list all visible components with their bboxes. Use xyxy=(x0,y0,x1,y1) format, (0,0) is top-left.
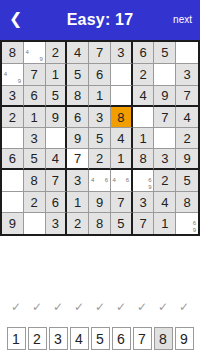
candidate-mark xyxy=(96,177,103,184)
cell-r2c4[interactable]: 5 xyxy=(67,64,89,86)
candidate-mark xyxy=(133,177,140,184)
check-icon-1: ✓ xyxy=(7,300,26,314)
cell-r7c2[interactable]: 8 xyxy=(24,170,46,192)
check-icon-5: ✓ xyxy=(91,300,110,314)
candidate-mark xyxy=(89,170,96,177)
cell-r4c5[interactable]: 3 xyxy=(89,107,111,128)
cell-r3c7[interactable]: 4 xyxy=(133,86,155,107)
cell-r8c9[interactable]: 8 xyxy=(176,192,198,213)
candidate-mark: 9 xyxy=(16,78,23,85)
candidate-mark: 4 xyxy=(111,177,118,184)
cell-r1c2[interactable]: 49 xyxy=(24,42,46,64)
candidate-mark xyxy=(176,213,183,220)
cell-r8c2[interactable]: 2 xyxy=(24,192,46,213)
numpad-7[interactable]: 7 xyxy=(133,327,152,350)
candidate-mark xyxy=(124,184,131,191)
candidate-mark xyxy=(96,170,103,177)
candidate-mark: 6 xyxy=(147,177,154,184)
page-title: Easy: 17 xyxy=(0,11,200,29)
check-icon-9: ✓ xyxy=(175,300,194,314)
cell-r9c5[interactable]: 8 xyxy=(89,213,111,234)
cell-r1c8[interactable]: 5 xyxy=(154,42,176,64)
cell-r6c3[interactable]: 4 xyxy=(46,149,68,170)
cell-r5c4[interactable]: 9 xyxy=(67,128,89,149)
check-icon-8: ✓ xyxy=(154,300,173,314)
cell-r5c8[interactable] xyxy=(154,128,176,149)
candidate-mark xyxy=(2,64,9,71)
candidate-mark xyxy=(140,184,147,191)
cell-r7c5[interactable]: 46 xyxy=(89,170,111,192)
numpad-6[interactable]: 6 xyxy=(112,327,131,350)
check-icon-7: ✓ xyxy=(133,300,152,314)
candidate-mark: 9 xyxy=(191,227,198,234)
candidate-mark xyxy=(9,71,16,78)
cell-r7c4[interactable]: 3 xyxy=(67,170,89,192)
candidate-mark xyxy=(117,170,124,177)
candidate-mark xyxy=(24,56,31,63)
candidate-mark xyxy=(117,177,124,184)
cell-r2c8[interactable] xyxy=(154,64,176,86)
candidate-mark xyxy=(117,184,124,191)
cell-r6c6[interactable]: 1 xyxy=(111,149,133,170)
cell-r7c3[interactable]: 7 xyxy=(46,170,68,192)
cell-r3c2[interactable]: 6 xyxy=(24,86,46,107)
cell-r7c8[interactable]: 2 xyxy=(154,170,176,192)
cell-r2c7[interactable]: 2 xyxy=(133,64,155,86)
cell-r5c7[interactable]: 1 xyxy=(133,128,155,149)
numpad-8[interactable]: 8 xyxy=(154,327,173,350)
candidate-mark xyxy=(133,170,140,177)
cell-r9c6[interactable]: 5 xyxy=(111,213,133,234)
cell-r9c1[interactable]: 9 xyxy=(2,213,24,234)
cell-r8c6[interactable]: 7 xyxy=(111,192,133,213)
cell-r9c3[interactable]: 3 xyxy=(46,213,68,234)
cell-r3c8[interactable]: 9 xyxy=(154,86,176,107)
cell-r1c3[interactable]: 2 xyxy=(46,42,68,64)
candidate-mark xyxy=(183,220,190,227)
numpad-1[interactable]: 1 xyxy=(7,327,26,350)
candidate-mark: 4 xyxy=(89,177,96,184)
cell-r7c6[interactable]: 46 xyxy=(111,170,133,192)
digit-check-row: ✓✓✓✓✓✓✓✓✓ xyxy=(0,300,200,314)
candidate-mark xyxy=(16,64,23,71)
candidate-mark xyxy=(96,184,103,191)
cell-r4c1[interactable]: 2 xyxy=(2,107,24,128)
candidate-mark xyxy=(31,42,38,49)
candidate-mark: 9 xyxy=(147,184,154,191)
cell-r1c5[interactable]: 7 xyxy=(89,42,111,64)
candidate-mark: 6 xyxy=(124,177,131,184)
cell-r9c8[interactable]: 1 xyxy=(154,213,176,234)
candidate-mark: 6 xyxy=(191,220,198,227)
cell-r3c4[interactable]: 8 xyxy=(67,86,89,107)
cell-r2c9[interactable]: 3 xyxy=(176,64,198,86)
cell-r3c1[interactable]: 3 xyxy=(2,86,24,107)
cell-r1c4[interactable]: 4 xyxy=(67,42,89,64)
numpad-3[interactable]: 3 xyxy=(49,327,68,350)
cell-r4c9[interactable]: 4 xyxy=(176,107,198,128)
candidate-mark xyxy=(38,49,45,56)
candidate-mark xyxy=(103,170,110,177)
check-icon-4: ✓ xyxy=(70,300,89,314)
numpad: 123456789 xyxy=(0,327,200,350)
candidate-mark xyxy=(124,170,131,177)
candidate-mark xyxy=(31,56,38,63)
cell-r9c9[interactable]: 69 xyxy=(176,213,198,234)
cell-r9c2[interactable] xyxy=(24,213,46,234)
candidate-mark xyxy=(9,78,16,85)
cell-r3c9[interactable]: 7 xyxy=(176,86,198,107)
cell-r4c8[interactable]: 7 xyxy=(154,107,176,128)
cell-r5c3[interactable] xyxy=(46,128,68,149)
candidate-mark xyxy=(38,42,45,49)
candidate-mark xyxy=(140,170,147,177)
check-icon-3: ✓ xyxy=(49,300,68,314)
cell-r9c4[interactable]: 2 xyxy=(67,213,89,234)
numpad-4[interactable]: 4 xyxy=(70,327,89,350)
candidate-mark xyxy=(16,71,23,78)
header: ❮ Easy: 17 next xyxy=(0,0,200,40)
candidate-mark xyxy=(103,184,110,191)
cell-r1c1[interactable]: 8 xyxy=(2,42,24,64)
check-icon-6: ✓ xyxy=(112,300,131,314)
candidate-mark xyxy=(176,220,183,227)
numpad-9[interactable]: 9 xyxy=(175,327,194,350)
cell-r6c1[interactable]: 6 xyxy=(2,149,24,170)
cell-r7c1[interactable] xyxy=(2,170,24,192)
candidate-mark xyxy=(111,170,118,177)
candidate-mark xyxy=(183,227,190,234)
cell-r5c1[interactable] xyxy=(2,128,24,149)
candidate-mark xyxy=(31,49,38,56)
cell-r2c5[interactable]: 6 xyxy=(89,64,111,86)
cell-r2c2[interactable]: 7 xyxy=(24,64,46,86)
candidate-mark xyxy=(9,64,16,71)
cell-r6c9[interactable]: 9 xyxy=(176,149,198,170)
cell-r3c3[interactable]: 5 xyxy=(46,86,68,107)
candidate-mark xyxy=(133,184,140,191)
candidate-mark: 6 xyxy=(103,177,110,184)
cell-r9c7[interactable]: 7 xyxy=(133,213,155,234)
back-button[interactable]: ❮ xyxy=(9,9,22,28)
cell-r6c7[interactable]: 8 xyxy=(133,149,155,170)
cell-r1c9[interactable] xyxy=(176,42,198,64)
candidate-mark xyxy=(183,213,190,220)
candidate-mark xyxy=(89,184,96,191)
cell-r6c5[interactable]: 2 xyxy=(89,149,111,170)
check-icon-2: ✓ xyxy=(28,300,47,314)
cell-r3c5[interactable]: 1 xyxy=(89,86,111,107)
cell-r2c3[interactable]: 1 xyxy=(46,64,68,86)
cell-r4c6[interactable]: 8 xyxy=(111,107,133,128)
candidate-mark xyxy=(111,184,118,191)
cell-r4c4[interactable]: 6 xyxy=(67,107,89,128)
cell-r5c5[interactable]: 5 xyxy=(89,128,111,149)
cell-r6c2[interactable]: 5 xyxy=(24,149,46,170)
sudoku-app: ❮ Easy: 17 next 849247365497156233658149… xyxy=(0,0,200,356)
numpad-2[interactable]: 2 xyxy=(28,327,47,350)
cell-r8c4[interactable]: 1 xyxy=(67,192,89,213)
cell-r1c6[interactable]: 3 xyxy=(111,42,133,64)
numpad-5[interactable]: 5 xyxy=(91,327,110,350)
cell-r5c9[interactable]: 2 xyxy=(176,128,198,149)
cell-r8c5[interactable]: 9 xyxy=(89,192,111,213)
candidate-mark: 4 xyxy=(24,49,31,56)
cell-r4c3[interactable]: 9 xyxy=(46,107,68,128)
cell-r4c2[interactable]: 1 xyxy=(24,107,46,128)
cell-r8c3[interactable]: 6 xyxy=(46,192,68,213)
candidate-mark: 4 xyxy=(2,71,9,78)
cell-r7c7[interactable]: 69 xyxy=(133,170,155,192)
cell-r8c1[interactable] xyxy=(2,192,24,213)
candidate-mark xyxy=(24,42,31,49)
cell-r5c2[interactable]: 3 xyxy=(24,128,46,149)
cell-r6c4[interactable]: 7 xyxy=(67,149,89,170)
cell-r7c9[interactable]: 5 xyxy=(176,170,198,192)
candidate-mark xyxy=(2,78,9,85)
candidate-mark xyxy=(191,213,198,220)
board: 8492473654971562336581497219638743954126… xyxy=(0,40,200,236)
cell-r3c6[interactable] xyxy=(111,86,133,107)
cell-r2c6[interactable] xyxy=(111,64,133,86)
next-button[interactable]: next xyxy=(173,14,192,25)
cell-r5c6[interactable]: 4 xyxy=(111,128,133,149)
cell-r4c7[interactable] xyxy=(133,107,155,128)
candidate-mark xyxy=(147,170,154,177)
cell-r8c8[interactable]: 4 xyxy=(154,192,176,213)
candidate-mark xyxy=(176,227,183,234)
cell-r8c7[interactable]: 3 xyxy=(133,192,155,213)
candidate-mark: 9 xyxy=(38,56,45,63)
cell-r6c8[interactable]: 3 xyxy=(154,149,176,170)
cell-r2c1[interactable]: 49 xyxy=(2,64,24,86)
candidate-mark xyxy=(140,177,147,184)
cell-r1c7[interactable]: 6 xyxy=(133,42,155,64)
